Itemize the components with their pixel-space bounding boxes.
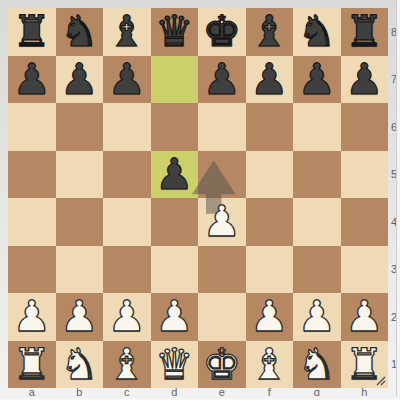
white-rook-a1[interactable]: ♜ — [12, 341, 51, 389]
page-background: ♜♞♝♛♚♝♞♜♟♟♟♟♟♟♟♟♟♟♟♟♟♟♟♟♜♞♝♛♚♝♞♜ abcdefg… — [0, 0, 400, 400]
black-bishop-f8[interactable]: ♝ — [250, 8, 289, 56]
square-a2[interactable]: ♟ — [8, 293, 56, 341]
square-f7[interactable]: ♟ — [246, 56, 294, 104]
square-a8[interactable]: ♜ — [8, 8, 56, 56]
black-pawn-b7[interactable]: ♟ — [60, 56, 99, 104]
square-e2[interactable] — [198, 293, 246, 341]
square-b8[interactable]: ♞ — [56, 8, 104, 56]
black-knight-g8[interactable]: ♞ — [297, 8, 336, 56]
black-pawn-h7[interactable]: ♟ — [345, 56, 384, 104]
square-f6[interactable] — [246, 103, 294, 151]
square-b6[interactable] — [56, 103, 104, 151]
white-pawn-c2[interactable]: ♟ — [107, 293, 146, 341]
square-d8[interactable]: ♛ — [151, 8, 199, 56]
square-c6[interactable] — [103, 103, 151, 151]
square-d4[interactable] — [151, 198, 199, 246]
square-e4[interactable]: ♟ — [198, 198, 246, 246]
square-b5[interactable] — [56, 151, 104, 199]
black-queen-d8[interactable]: ♛ — [155, 8, 194, 56]
white-knight-g1[interactable]: ♞ — [297, 341, 336, 389]
square-g7[interactable]: ♟ — [293, 56, 341, 104]
square-h3[interactable] — [341, 246, 389, 294]
black-knight-b8[interactable]: ♞ — [60, 8, 99, 56]
square-h7[interactable]: ♟ — [341, 56, 389, 104]
white-queen-d1[interactable]: ♛ — [155, 341, 194, 389]
square-g2[interactable]: ♟ — [293, 293, 341, 341]
square-c2[interactable]: ♟ — [103, 293, 151, 341]
square-g8[interactable]: ♞ — [293, 8, 341, 56]
square-f2[interactable]: ♟ — [246, 293, 294, 341]
square-b2[interactable]: ♟ — [56, 293, 104, 341]
square-c1[interactable]: ♝ — [103, 341, 151, 389]
square-f5[interactable] — [246, 151, 294, 199]
square-d3[interactable] — [151, 246, 199, 294]
white-pawn-a2[interactable]: ♟ — [12, 293, 51, 341]
white-pawn-e4[interactable]: ♟ — [202, 198, 241, 246]
square-d7[interactable] — [151, 56, 199, 104]
white-pawn-h2[interactable]: ♟ — [345, 293, 384, 341]
square-a7[interactable]: ♟ — [8, 56, 56, 104]
square-h8[interactable]: ♜ — [341, 8, 389, 56]
square-g4[interactable] — [293, 198, 341, 246]
black-bishop-c8[interactable]: ♝ — [107, 8, 146, 56]
panel-edge-bottom — [0, 396, 400, 400]
white-pawn-d2[interactable]: ♟ — [155, 293, 194, 341]
square-e6[interactable] — [198, 103, 246, 151]
square-c7[interactable]: ♟ — [103, 56, 151, 104]
white-pawn-f2[interactable]: ♟ — [250, 293, 289, 341]
white-pawn-b2[interactable]: ♟ — [60, 293, 99, 341]
square-b1[interactable]: ♞ — [56, 341, 104, 389]
black-pawn-e7[interactable]: ♟ — [202, 56, 241, 104]
black-pawn-g7[interactable]: ♟ — [297, 56, 336, 104]
black-pawn-d5[interactable]: ♟ — [155, 151, 194, 199]
square-a5[interactable] — [8, 151, 56, 199]
board-resize-handle[interactable] — [373, 373, 386, 386]
square-h6[interactable] — [341, 103, 389, 151]
square-c3[interactable] — [103, 246, 151, 294]
white-bishop-c1[interactable]: ♝ — [107, 341, 146, 389]
square-f8[interactable]: ♝ — [246, 8, 294, 56]
black-rook-a8[interactable]: ♜ — [12, 8, 51, 56]
square-e7[interactable]: ♟ — [198, 56, 246, 104]
square-f4[interactable] — [246, 198, 294, 246]
square-h4[interactable] — [341, 198, 389, 246]
chess-board: ♜♞♝♛♚♝♞♜♟♟♟♟♟♟♟♟♟♟♟♟♟♟♟♟♜♞♝♛♚♝♞♜ — [8, 8, 388, 388]
square-c8[interactable]: ♝ — [103, 8, 151, 56]
black-pawn-a7[interactable]: ♟ — [12, 56, 51, 104]
square-e8[interactable]: ♚ — [198, 8, 246, 56]
square-c5[interactable] — [103, 151, 151, 199]
square-g5[interactable] — [293, 151, 341, 199]
black-pawn-c7[interactable]: ♟ — [107, 56, 146, 104]
square-b4[interactable] — [56, 198, 104, 246]
square-g3[interactable] — [293, 246, 341, 294]
square-f3[interactable] — [246, 246, 294, 294]
square-e3[interactable] — [198, 246, 246, 294]
square-c4[interactable] — [103, 198, 151, 246]
square-d6[interactable] — [151, 103, 199, 151]
square-d2[interactable]: ♟ — [151, 293, 199, 341]
square-f1[interactable]: ♝ — [246, 341, 294, 389]
square-e1[interactable]: ♚ — [198, 341, 246, 389]
white-pawn-g2[interactable]: ♟ — [297, 293, 336, 341]
square-a4[interactable] — [8, 198, 56, 246]
square-a6[interactable] — [8, 103, 56, 151]
square-d5[interactable]: ♟ — [151, 151, 199, 199]
square-g1[interactable]: ♞ — [293, 341, 341, 389]
white-bishop-f1[interactable]: ♝ — [250, 341, 289, 389]
white-knight-b1[interactable]: ♞ — [60, 341, 99, 389]
square-h5[interactable] — [341, 151, 389, 199]
square-b3[interactable] — [56, 246, 104, 294]
black-pawn-f7[interactable]: ♟ — [250, 56, 289, 104]
square-d1[interactable]: ♛ — [151, 341, 199, 389]
black-rook-h8[interactable]: ♜ — [345, 8, 384, 56]
square-a1[interactable]: ♜ — [8, 341, 56, 389]
square-a3[interactable] — [8, 246, 56, 294]
black-king-e8[interactable]: ♚ — [202, 8, 241, 56]
square-b7[interactable]: ♟ — [56, 56, 104, 104]
panel-edge-right — [396, 0, 400, 400]
square-h2[interactable]: ♟ — [341, 293, 389, 341]
square-g6[interactable] — [293, 103, 341, 151]
square-e5[interactable] — [198, 151, 246, 199]
white-king-e1[interactable]: ♚ — [202, 341, 241, 389]
